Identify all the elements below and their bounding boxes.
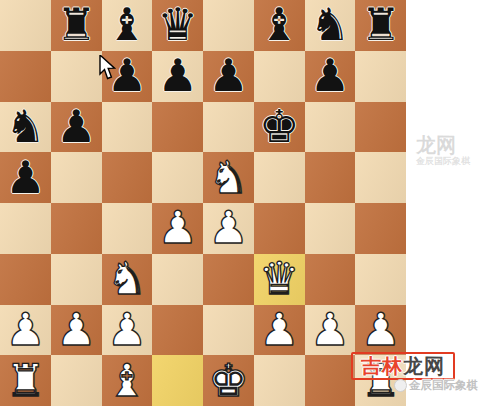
square-d6[interactable] xyxy=(152,102,203,153)
square-b2[interactable]: ♟ xyxy=(51,305,102,356)
white-pawn-piece[interactable]: ♟ xyxy=(5,305,45,355)
square-g2[interactable]: ♟ xyxy=(305,305,356,356)
watermark-brand-box: 吉林龙网 xyxy=(351,352,455,380)
black-king-piece[interactable]: ♚ xyxy=(259,102,299,152)
square-b3[interactable] xyxy=(51,254,102,305)
watermark-brand-dark-text: 龙网 xyxy=(403,353,445,380)
black-pawn-piece[interactable]: ♟ xyxy=(208,51,248,101)
black-knight-piece[interactable]: ♞ xyxy=(310,0,350,50)
square-f1[interactable] xyxy=(254,355,305,406)
square-g5[interactable] xyxy=(305,152,356,203)
square-h6[interactable] xyxy=(355,102,406,153)
square-h8[interactable]: ♜ xyxy=(355,0,406,51)
square-h5[interactable] xyxy=(355,152,406,203)
square-b5[interactable] xyxy=(51,152,102,203)
black-pawn-piece[interactable]: ♟ xyxy=(5,153,45,203)
square-c4[interactable] xyxy=(102,203,153,254)
white-pawn-piece[interactable]: ♟ xyxy=(107,305,147,355)
black-bishop-piece[interactable]: ♝ xyxy=(259,0,299,50)
white-bishop-piece[interactable]: ♝ xyxy=(107,356,147,406)
square-h3[interactable] xyxy=(355,254,406,305)
square-a8[interactable] xyxy=(0,0,51,51)
square-d2[interactable] xyxy=(152,305,203,356)
white-pawn-piece[interactable]: ♟ xyxy=(360,305,400,355)
white-king-piece[interactable]: ♚ xyxy=(208,356,248,406)
square-f8[interactable]: ♝ xyxy=(254,0,305,51)
square-a4[interactable] xyxy=(0,203,51,254)
square-b1[interactable] xyxy=(51,355,102,406)
white-pawn-piece[interactable]: ♟ xyxy=(56,305,96,355)
square-f7[interactable] xyxy=(254,51,305,102)
white-knight-piece[interactable]: ♞ xyxy=(208,153,248,203)
mouse-cursor-icon xyxy=(99,55,116,81)
square-e2[interactable] xyxy=(203,305,254,356)
white-queen-piece[interactable]: ♛ xyxy=(259,254,299,304)
watermark-subtitle: 金辰国际象棋 xyxy=(394,378,478,393)
square-g4[interactable] xyxy=(305,203,356,254)
black-rook-piece[interactable]: ♜ xyxy=(56,0,96,50)
watermark-faint-line1: 龙网 xyxy=(416,134,470,156)
black-knight-piece[interactable]: ♞ xyxy=(5,102,45,152)
square-f5[interactable] xyxy=(254,152,305,203)
black-pawn-piece[interactable]: ♟ xyxy=(56,102,96,152)
square-e8[interactable] xyxy=(203,0,254,51)
square-e3[interactable] xyxy=(203,254,254,305)
square-c3[interactable]: ♞ xyxy=(102,254,153,305)
black-bishop-piece[interactable]: ♝ xyxy=(107,0,147,50)
square-c5[interactable] xyxy=(102,152,153,203)
square-a7[interactable] xyxy=(0,51,51,102)
square-b8[interactable]: ♜ xyxy=(51,0,102,51)
square-d1[interactable] xyxy=(152,355,203,406)
square-h2[interactable]: ♟ xyxy=(355,305,406,356)
watermark-faint-line2: 金辰国际象棋 xyxy=(416,156,470,166)
square-d7[interactable]: ♟ xyxy=(152,51,203,102)
square-d5[interactable] xyxy=(152,152,203,203)
square-d8[interactable]: ♛ xyxy=(152,0,203,51)
watermark-brand-red-text: 吉林 xyxy=(361,353,403,380)
black-queen-piece[interactable]: ♛ xyxy=(157,0,197,50)
chess-board: ♜♝♛♝♞♜♟♟♟♟♞♟♚♟♞♟♟♞♛♟♟♟♟♟♟♜♝♚♜ xyxy=(0,0,406,406)
square-a3[interactable] xyxy=(0,254,51,305)
square-d4[interactable]: ♟ xyxy=(152,203,203,254)
square-b6[interactable]: ♟ xyxy=(51,102,102,153)
square-f2[interactable]: ♟ xyxy=(254,305,305,356)
square-f3[interactable]: ♛ xyxy=(254,254,305,305)
square-f6[interactable]: ♚ xyxy=(254,102,305,153)
white-pawn-piece[interactable]: ♟ xyxy=(310,305,350,355)
square-h4[interactable] xyxy=(355,203,406,254)
square-c1[interactable]: ♝ xyxy=(102,355,153,406)
square-a2[interactable]: ♟ xyxy=(0,305,51,356)
square-e6[interactable] xyxy=(203,102,254,153)
white-knight-piece[interactable]: ♞ xyxy=(107,254,147,304)
white-pawn-piece[interactable]: ♟ xyxy=(208,203,248,253)
white-pawn-piece[interactable]: ♟ xyxy=(157,203,197,253)
square-e1[interactable]: ♚ xyxy=(203,355,254,406)
square-g1[interactable] xyxy=(305,355,356,406)
square-b4[interactable] xyxy=(51,203,102,254)
square-c2[interactable]: ♟ xyxy=(102,305,153,356)
square-d3[interactable] xyxy=(152,254,203,305)
square-g6[interactable] xyxy=(305,102,356,153)
watermark-faint: 龙网 金辰国际象棋 xyxy=(416,134,470,166)
square-a5[interactable]: ♟ xyxy=(0,152,51,203)
screenshot-canvas: ♜♝♛♝♞♜♟♟♟♟♞♟♚♟♞♟♟♞♛♟♟♟♟♟♟♜♝♚♜ 吉林龙网 金辰国际象… xyxy=(0,0,500,406)
square-b7[interactable] xyxy=(51,51,102,102)
square-e7[interactable]: ♟ xyxy=(203,51,254,102)
square-g3[interactable] xyxy=(305,254,356,305)
square-g7[interactable]: ♟ xyxy=(305,51,356,102)
square-e5[interactable]: ♞ xyxy=(203,152,254,203)
square-f4[interactable] xyxy=(254,203,305,254)
black-rook-piece[interactable]: ♜ xyxy=(360,0,400,50)
black-pawn-piece[interactable]: ♟ xyxy=(310,51,350,101)
white-pawn-piece[interactable]: ♟ xyxy=(259,305,299,355)
white-rook-piece[interactable]: ♜ xyxy=(5,356,45,406)
square-c8[interactable]: ♝ xyxy=(102,0,153,51)
square-a1[interactable]: ♜ xyxy=(0,355,51,406)
square-e4[interactable]: ♟ xyxy=(203,203,254,254)
black-pawn-piece[interactable]: ♟ xyxy=(157,51,197,101)
square-a6[interactable]: ♞ xyxy=(0,102,51,153)
square-c6[interactable] xyxy=(102,102,153,153)
watermark-subtitle-text: 金辰国际象棋 xyxy=(409,378,478,393)
square-h7[interactable] xyxy=(355,51,406,102)
square-g8[interactable]: ♞ xyxy=(305,0,356,51)
watermark-logo-icon xyxy=(394,379,407,392)
